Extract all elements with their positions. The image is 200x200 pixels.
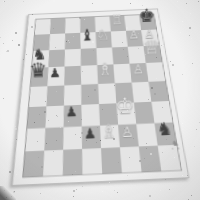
black-knight[interactable]: ♞: [156, 120, 173, 138]
noise-speck: [198, 1, 199, 2]
square-f7[interactable]: [111, 31, 128, 48]
square-c6[interactable]: [65, 49, 81, 67]
square-b8[interactable]: [50, 18, 65, 34]
white-pawn[interactable]: ♙: [121, 125, 134, 140]
black-bishop[interactable]: ♝: [80, 27, 95, 43]
square-d5[interactable]: [81, 65, 98, 84]
square-b4[interactable]: [46, 85, 64, 106]
square-h5[interactable]: [146, 62, 165, 81]
square-e1[interactable]: [101, 148, 122, 174]
square-a1[interactable]: [23, 151, 44, 177]
white-bishop[interactable]: ♗: [97, 61, 113, 78]
black-king[interactable]: ♚: [138, 6, 155, 25]
square-d3[interactable]: [81, 104, 99, 126]
square-d6[interactable]: [81, 48, 98, 66]
square-b1[interactable]: [43, 150, 63, 176]
square-c8[interactable]: [65, 17, 80, 33]
square-f6[interactable]: [112, 47, 130, 65]
white-queen[interactable]: ♕: [143, 38, 161, 58]
board-tilt-wrapper: ♞ • • ♖♚♝♘♙♙♞♕♛♟♗♙♟♔♟♗♙♞: [1, 0, 190, 186]
square-f5[interactable]: [113, 64, 131, 83]
white-knight[interactable]: ♘: [96, 28, 110, 43]
white-pawn[interactable]: ♙: [132, 63, 144, 76]
square-a4[interactable]: [29, 86, 47, 107]
black-pawn[interactable]: ♟: [65, 106, 78, 120]
black-queen[interactable]: ♛: [29, 60, 48, 81]
square-d1[interactable]: [82, 148, 102, 174]
chess-board: ♞ • • ♖♚♝♘♙♙♞♕♛♟♗♙♟♔♟♗♙♞: [12, 9, 190, 186]
photo-corner-shadow: [0, 186, 16, 200]
square-c4[interactable]: [64, 85, 81, 106]
white-bishop[interactable]: ♗: [100, 122, 118, 141]
white-king[interactable]: ♔: [115, 95, 135, 117]
square-b7[interactable]: [49, 33, 65, 50]
square-c1[interactable]: [63, 149, 83, 175]
black-pawn[interactable]: ♟: [49, 67, 61, 80]
noise-speck: [188, 199, 189, 200]
square-b2[interactable]: [44, 127, 63, 151]
scene: ♞ • • ♖♚♝♘♙♙♞♕♛♟♗♙♟♔♟♗♙♞: [0, 0, 200, 200]
square-c5[interactable]: [64, 66, 81, 85]
square-b3[interactable]: [45, 105, 64, 127]
square-h4[interactable]: [149, 81, 169, 102]
white-rook[interactable]: ♖: [111, 13, 123, 26]
square-a3[interactable]: [27, 106, 46, 128]
square-c7[interactable]: [65, 33, 81, 50]
white-pawn[interactable]: ♙: [128, 29, 139, 41]
photo-background: ♞ • • ♖♚♝♘♙♙♞♕♛♟♗♙♟♔♟♗♙♞: [0, 0, 200, 200]
square-c2[interactable]: [63, 126, 82, 150]
square-a2[interactable]: [25, 128, 45, 152]
square-d4[interactable]: [81, 84, 99, 105]
square-e4[interactable]: [98, 83, 116, 104]
black-pawn[interactable]: ♟: [83, 127, 96, 142]
square-a8[interactable]: [35, 19, 51, 35]
